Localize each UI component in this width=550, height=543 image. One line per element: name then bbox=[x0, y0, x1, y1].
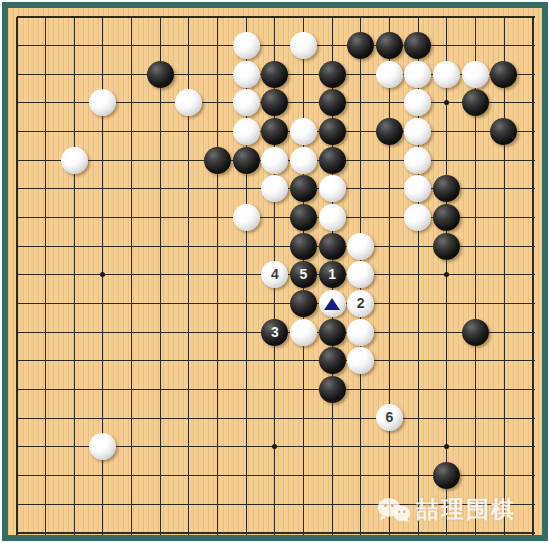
intersection[interactable] bbox=[260, 289, 289, 318]
intersection[interactable] bbox=[60, 232, 89, 261]
intersection[interactable] bbox=[461, 461, 490, 490]
intersection[interactable] bbox=[346, 432, 375, 461]
intersection[interactable] bbox=[375, 232, 404, 261]
intersection[interactable] bbox=[289, 518, 318, 535]
intersection[interactable] bbox=[60, 490, 89, 519]
intersection[interactable] bbox=[346, 175, 375, 204]
intersection[interactable] bbox=[8, 289, 31, 318]
intersection[interactable] bbox=[289, 89, 318, 118]
intersection[interactable] bbox=[404, 89, 433, 118]
intersection[interactable] bbox=[8, 375, 31, 404]
intersection[interactable] bbox=[490, 232, 519, 261]
intersection[interactable] bbox=[8, 60, 31, 89]
intersection[interactable] bbox=[175, 461, 204, 490]
intersection[interactable] bbox=[518, 175, 542, 204]
intersection[interactable] bbox=[89, 404, 118, 433]
intersection[interactable] bbox=[404, 203, 433, 232]
intersection[interactable] bbox=[89, 117, 118, 146]
intersection[interactable] bbox=[175, 375, 204, 404]
intersection[interactable] bbox=[203, 60, 232, 89]
intersection[interactable] bbox=[490, 89, 519, 118]
intersection[interactable] bbox=[432, 117, 461, 146]
intersection[interactable] bbox=[461, 232, 490, 261]
intersection[interactable] bbox=[490, 175, 519, 204]
intersection[interactable] bbox=[8, 404, 31, 433]
intersection[interactable] bbox=[461, 60, 490, 89]
intersection[interactable] bbox=[289, 346, 318, 375]
intersection[interactable] bbox=[346, 404, 375, 433]
intersection[interactable] bbox=[31, 203, 60, 232]
intersection[interactable] bbox=[31, 490, 60, 519]
intersection[interactable] bbox=[432, 175, 461, 204]
intersection[interactable] bbox=[404, 461, 433, 490]
intersection[interactable] bbox=[318, 289, 347, 318]
intersection[interactable] bbox=[260, 432, 289, 461]
intersection[interactable] bbox=[432, 318, 461, 347]
intersection[interactable] bbox=[60, 346, 89, 375]
intersection[interactable] bbox=[89, 490, 118, 519]
intersection[interactable] bbox=[60, 203, 89, 232]
intersection[interactable] bbox=[232, 461, 261, 490]
intersection[interactable] bbox=[31, 461, 60, 490]
intersection[interactable] bbox=[318, 31, 347, 60]
intersection[interactable] bbox=[89, 518, 118, 535]
intersection[interactable] bbox=[260, 89, 289, 118]
intersection[interactable] bbox=[404, 518, 433, 535]
intersection[interactable] bbox=[60, 289, 89, 318]
intersection[interactable] bbox=[232, 318, 261, 347]
intersection[interactable] bbox=[175, 8, 204, 31]
intersection[interactable] bbox=[31, 89, 60, 118]
intersection[interactable] bbox=[375, 260, 404, 289]
intersection[interactable] bbox=[31, 289, 60, 318]
intersection[interactable] bbox=[175, 518, 204, 535]
intersection[interactable] bbox=[31, 432, 60, 461]
intersection[interactable] bbox=[490, 318, 519, 347]
intersection[interactable] bbox=[232, 8, 261, 31]
intersection[interactable] bbox=[289, 375, 318, 404]
intersection[interactable] bbox=[260, 404, 289, 433]
intersection[interactable]: 6 bbox=[375, 404, 404, 433]
intersection[interactable] bbox=[375, 60, 404, 89]
intersection[interactable] bbox=[518, 346, 542, 375]
intersection[interactable] bbox=[490, 404, 519, 433]
intersection[interactable] bbox=[490, 490, 519, 519]
intersection[interactable] bbox=[518, 432, 542, 461]
intersection[interactable] bbox=[518, 203, 542, 232]
intersection[interactable] bbox=[461, 117, 490, 146]
intersection[interactable] bbox=[404, 8, 433, 31]
intersection[interactable] bbox=[203, 375, 232, 404]
intersection[interactable] bbox=[60, 31, 89, 60]
intersection[interactable] bbox=[490, 8, 519, 31]
intersection[interactable] bbox=[346, 461, 375, 490]
intersection[interactable] bbox=[8, 260, 31, 289]
intersection[interactable] bbox=[375, 289, 404, 318]
intersection[interactable] bbox=[289, 461, 318, 490]
intersection[interactable] bbox=[346, 375, 375, 404]
intersection[interactable] bbox=[175, 318, 204, 347]
intersection[interactable] bbox=[89, 318, 118, 347]
intersection[interactable] bbox=[260, 8, 289, 31]
intersection[interactable] bbox=[318, 404, 347, 433]
intersection[interactable] bbox=[346, 203, 375, 232]
intersection[interactable] bbox=[175, 232, 204, 261]
intersection[interactable] bbox=[375, 432, 404, 461]
intersection[interactable] bbox=[117, 432, 146, 461]
intersection[interactable] bbox=[518, 404, 542, 433]
intersection[interactable] bbox=[175, 432, 204, 461]
intersection[interactable] bbox=[89, 346, 118, 375]
intersection[interactable] bbox=[146, 490, 175, 519]
intersection[interactable] bbox=[461, 31, 490, 60]
intersection[interactable] bbox=[375, 490, 404, 519]
intersection[interactable] bbox=[404, 175, 433, 204]
intersection[interactable]: 1 bbox=[318, 260, 347, 289]
intersection[interactable] bbox=[175, 490, 204, 519]
intersection[interactable] bbox=[175, 60, 204, 89]
intersection[interactable] bbox=[117, 375, 146, 404]
intersection[interactable] bbox=[146, 89, 175, 118]
intersection[interactable] bbox=[518, 490, 542, 519]
intersection[interactable] bbox=[8, 232, 31, 261]
intersection[interactable] bbox=[432, 432, 461, 461]
intersection[interactable] bbox=[117, 203, 146, 232]
intersection[interactable] bbox=[260, 175, 289, 204]
intersection[interactable] bbox=[117, 318, 146, 347]
intersection[interactable] bbox=[518, 318, 542, 347]
intersection[interactable] bbox=[232, 490, 261, 519]
intersection[interactable] bbox=[117, 31, 146, 60]
intersection[interactable] bbox=[117, 8, 146, 31]
intersection[interactable] bbox=[232, 146, 261, 175]
intersection[interactable] bbox=[146, 461, 175, 490]
intersection[interactable] bbox=[260, 375, 289, 404]
intersection[interactable] bbox=[8, 146, 31, 175]
intersection[interactable] bbox=[89, 146, 118, 175]
intersection[interactable] bbox=[146, 8, 175, 31]
intersection[interactable] bbox=[318, 203, 347, 232]
intersection[interactable] bbox=[346, 232, 375, 261]
intersection[interactable] bbox=[117, 175, 146, 204]
intersection[interactable] bbox=[289, 318, 318, 347]
intersection[interactable] bbox=[175, 31, 204, 60]
intersection[interactable] bbox=[117, 117, 146, 146]
intersection[interactable] bbox=[490, 60, 519, 89]
intersection[interactable] bbox=[346, 117, 375, 146]
intersection[interactable] bbox=[318, 490, 347, 519]
intersection[interactable] bbox=[8, 8, 31, 31]
intersection[interactable] bbox=[232, 346, 261, 375]
intersection[interactable] bbox=[232, 175, 261, 204]
intersection[interactable] bbox=[404, 318, 433, 347]
intersection[interactable] bbox=[518, 60, 542, 89]
intersection[interactable] bbox=[117, 60, 146, 89]
intersection[interactable] bbox=[432, 8, 461, 31]
intersection[interactable] bbox=[60, 461, 89, 490]
intersection[interactable] bbox=[203, 89, 232, 118]
intersection[interactable] bbox=[260, 232, 289, 261]
intersection[interactable] bbox=[8, 175, 31, 204]
intersection[interactable] bbox=[117, 490, 146, 519]
intersection[interactable] bbox=[117, 232, 146, 261]
intersection[interactable] bbox=[203, 518, 232, 535]
intersection[interactable] bbox=[175, 117, 204, 146]
intersection[interactable] bbox=[146, 518, 175, 535]
intersection[interactable] bbox=[432, 31, 461, 60]
intersection[interactable]: 3 bbox=[260, 318, 289, 347]
intersection[interactable] bbox=[232, 31, 261, 60]
intersection[interactable] bbox=[432, 203, 461, 232]
intersection[interactable] bbox=[404, 375, 433, 404]
intersection[interactable] bbox=[490, 146, 519, 175]
intersection[interactable] bbox=[518, 289, 542, 318]
intersection[interactable] bbox=[289, 490, 318, 519]
intersection[interactable] bbox=[60, 60, 89, 89]
intersection[interactable] bbox=[518, 8, 542, 31]
intersection[interactable] bbox=[175, 404, 204, 433]
intersection[interactable] bbox=[289, 432, 318, 461]
intersection[interactable] bbox=[404, 289, 433, 318]
intersection[interactable] bbox=[432, 346, 461, 375]
intersection[interactable] bbox=[260, 346, 289, 375]
intersection[interactable] bbox=[346, 89, 375, 118]
intersection[interactable] bbox=[8, 490, 31, 519]
intersection[interactable] bbox=[146, 60, 175, 89]
intersection[interactable] bbox=[375, 8, 404, 31]
intersection[interactable] bbox=[31, 175, 60, 204]
intersection[interactable] bbox=[289, 31, 318, 60]
intersection[interactable] bbox=[89, 60, 118, 89]
intersection[interactable] bbox=[203, 432, 232, 461]
intersection[interactable] bbox=[60, 404, 89, 433]
intersection[interactable] bbox=[203, 146, 232, 175]
intersection[interactable] bbox=[461, 8, 490, 31]
intersection[interactable] bbox=[146, 203, 175, 232]
intersection[interactable] bbox=[375, 146, 404, 175]
intersection[interactable] bbox=[461, 318, 490, 347]
intersection[interactable] bbox=[404, 117, 433, 146]
intersection[interactable]: 2 bbox=[346, 289, 375, 318]
intersection[interactable] bbox=[203, 232, 232, 261]
intersection[interactable] bbox=[260, 461, 289, 490]
intersection[interactable] bbox=[461, 260, 490, 289]
intersection[interactable] bbox=[60, 432, 89, 461]
intersection[interactable] bbox=[318, 375, 347, 404]
intersection[interactable] bbox=[432, 518, 461, 535]
intersection[interactable] bbox=[232, 232, 261, 261]
intersection[interactable] bbox=[404, 490, 433, 519]
intersection[interactable] bbox=[289, 232, 318, 261]
intersection[interactable] bbox=[60, 146, 89, 175]
intersection[interactable] bbox=[289, 146, 318, 175]
intersection[interactable] bbox=[490, 432, 519, 461]
intersection[interactable] bbox=[31, 8, 60, 31]
intersection[interactable] bbox=[404, 346, 433, 375]
intersection[interactable] bbox=[117, 89, 146, 118]
intersection[interactable] bbox=[175, 203, 204, 232]
intersection[interactable] bbox=[89, 31, 118, 60]
intersection[interactable] bbox=[404, 60, 433, 89]
intersection[interactable] bbox=[89, 260, 118, 289]
intersection[interactable] bbox=[260, 60, 289, 89]
intersection[interactable] bbox=[203, 117, 232, 146]
intersection[interactable] bbox=[461, 490, 490, 519]
intersection[interactable] bbox=[175, 260, 204, 289]
intersection[interactable] bbox=[8, 89, 31, 118]
intersection[interactable] bbox=[60, 375, 89, 404]
intersection[interactable] bbox=[375, 518, 404, 535]
intersection[interactable] bbox=[89, 432, 118, 461]
intersection[interactable] bbox=[89, 232, 118, 261]
intersection[interactable] bbox=[8, 318, 31, 347]
intersection[interactable] bbox=[318, 318, 347, 347]
intersection[interactable] bbox=[146, 31, 175, 60]
intersection[interactable] bbox=[404, 260, 433, 289]
intersection[interactable] bbox=[461, 175, 490, 204]
intersection[interactable] bbox=[232, 289, 261, 318]
intersection[interactable] bbox=[175, 89, 204, 118]
intersection[interactable] bbox=[490, 375, 519, 404]
intersection[interactable] bbox=[432, 289, 461, 318]
intersection[interactable] bbox=[375, 31, 404, 60]
intersection[interactable] bbox=[289, 289, 318, 318]
intersection[interactable] bbox=[146, 432, 175, 461]
intersection[interactable] bbox=[260, 146, 289, 175]
intersection[interactable] bbox=[461, 404, 490, 433]
intersection[interactable] bbox=[146, 260, 175, 289]
intersection[interactable] bbox=[318, 518, 347, 535]
intersection[interactable] bbox=[232, 60, 261, 89]
intersection[interactable] bbox=[432, 260, 461, 289]
intersection[interactable] bbox=[318, 346, 347, 375]
intersection[interactable] bbox=[8, 31, 31, 60]
intersection[interactable] bbox=[60, 260, 89, 289]
intersection[interactable] bbox=[260, 117, 289, 146]
intersection[interactable] bbox=[404, 404, 433, 433]
intersection[interactable] bbox=[289, 117, 318, 146]
intersection[interactable] bbox=[203, 289, 232, 318]
intersection[interactable] bbox=[318, 117, 347, 146]
intersection[interactable] bbox=[432, 461, 461, 490]
intersection[interactable] bbox=[375, 117, 404, 146]
intersection[interactable] bbox=[31, 232, 60, 261]
intersection[interactable] bbox=[203, 461, 232, 490]
intersection[interactable] bbox=[461, 432, 490, 461]
intersection[interactable]: 5 bbox=[289, 260, 318, 289]
intersection[interactable] bbox=[461, 289, 490, 318]
intersection[interactable] bbox=[117, 146, 146, 175]
intersection[interactable] bbox=[432, 146, 461, 175]
intersection[interactable] bbox=[60, 318, 89, 347]
intersection[interactable] bbox=[375, 346, 404, 375]
intersection[interactable] bbox=[461, 518, 490, 535]
intersection[interactable] bbox=[490, 31, 519, 60]
intersection[interactable] bbox=[146, 346, 175, 375]
intersection[interactable] bbox=[232, 432, 261, 461]
intersection[interactable] bbox=[232, 117, 261, 146]
intersection[interactable] bbox=[518, 117, 542, 146]
intersection[interactable] bbox=[346, 31, 375, 60]
intersection[interactable] bbox=[432, 404, 461, 433]
intersection[interactable] bbox=[31, 518, 60, 535]
intersection[interactable] bbox=[31, 60, 60, 89]
intersection[interactable] bbox=[31, 346, 60, 375]
intersection[interactable] bbox=[461, 89, 490, 118]
intersection[interactable] bbox=[146, 289, 175, 318]
intersection[interactable] bbox=[375, 461, 404, 490]
intersection[interactable] bbox=[375, 175, 404, 204]
intersection[interactable] bbox=[31, 375, 60, 404]
intersection[interactable] bbox=[203, 31, 232, 60]
intersection[interactable] bbox=[346, 146, 375, 175]
intersection[interactable] bbox=[318, 432, 347, 461]
intersection[interactable] bbox=[89, 8, 118, 31]
intersection[interactable] bbox=[8, 203, 31, 232]
intersection[interactable] bbox=[518, 518, 542, 535]
intersection[interactable] bbox=[31, 117, 60, 146]
intersection[interactable] bbox=[117, 260, 146, 289]
intersection[interactable] bbox=[232, 260, 261, 289]
intersection[interactable] bbox=[518, 89, 542, 118]
intersection[interactable] bbox=[232, 203, 261, 232]
intersection[interactable] bbox=[346, 8, 375, 31]
intersection[interactable] bbox=[60, 89, 89, 118]
intersection[interactable] bbox=[375, 318, 404, 347]
intersection[interactable] bbox=[117, 518, 146, 535]
intersection[interactable] bbox=[31, 260, 60, 289]
intersection[interactable] bbox=[518, 232, 542, 261]
intersection[interactable] bbox=[232, 375, 261, 404]
intersection[interactable] bbox=[117, 461, 146, 490]
intersection[interactable] bbox=[346, 318, 375, 347]
intersection[interactable] bbox=[404, 31, 433, 60]
intersection[interactable] bbox=[461, 375, 490, 404]
intersection[interactable] bbox=[203, 490, 232, 519]
intersection[interactable] bbox=[232, 518, 261, 535]
intersection[interactable] bbox=[60, 117, 89, 146]
intersection[interactable] bbox=[432, 232, 461, 261]
intersection[interactable] bbox=[175, 175, 204, 204]
intersection[interactable] bbox=[89, 375, 118, 404]
intersection[interactable] bbox=[318, 60, 347, 89]
intersection[interactable] bbox=[375, 203, 404, 232]
intersection[interactable] bbox=[232, 89, 261, 118]
intersection[interactable] bbox=[318, 89, 347, 118]
intersection[interactable] bbox=[432, 89, 461, 118]
intersection[interactable] bbox=[289, 203, 318, 232]
intersection[interactable] bbox=[89, 89, 118, 118]
intersection[interactable] bbox=[232, 404, 261, 433]
intersection[interactable] bbox=[260, 518, 289, 535]
intersection[interactable] bbox=[518, 146, 542, 175]
intersection[interactable] bbox=[461, 203, 490, 232]
intersection[interactable] bbox=[203, 318, 232, 347]
intersection[interactable] bbox=[60, 175, 89, 204]
intersection[interactable] bbox=[175, 146, 204, 175]
intersection[interactable] bbox=[8, 432, 31, 461]
intersection[interactable] bbox=[260, 31, 289, 60]
intersection[interactable] bbox=[318, 232, 347, 261]
intersection[interactable] bbox=[117, 346, 146, 375]
intersection[interactable] bbox=[318, 8, 347, 31]
intersection[interactable] bbox=[203, 175, 232, 204]
intersection[interactable] bbox=[289, 175, 318, 204]
intersection[interactable] bbox=[89, 461, 118, 490]
intersection[interactable] bbox=[146, 175, 175, 204]
intersection[interactable] bbox=[117, 404, 146, 433]
intersection[interactable] bbox=[490, 260, 519, 289]
